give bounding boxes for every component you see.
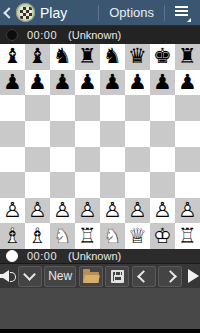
square-d2[interactable]: ♟♙ (75, 198, 100, 224)
piece-black-knight: ♞ (50, 44, 75, 70)
chevron-down-icon (23, 268, 36, 281)
options-button[interactable]: Options (101, 0, 162, 25)
piece-black-rook: ♜ (75, 44, 100, 70)
new-game-button[interactable]: New (44, 266, 76, 287)
black-player-name: (Unknown) (68, 29, 121, 41)
square-b2[interactable]: ♟♙ (25, 198, 50, 224)
square-h6[interactable] (175, 95, 200, 121)
bottom-toolbar: New (0, 263, 200, 288)
square-f8[interactable]: ♛ (125, 44, 150, 70)
page-title: Play (40, 5, 67, 21)
save-game-button[interactable] (105, 266, 129, 287)
piece-black-bishop: ♝ (0, 44, 25, 70)
square-c4[interactable] (50, 147, 75, 173)
square-b7[interactable]: ♟ (25, 70, 50, 96)
square-g8[interactable]: ♚ (150, 44, 175, 70)
square-a4[interactable] (0, 147, 25, 173)
square-a6[interactable] (0, 95, 25, 121)
save-icon (111, 270, 124, 283)
square-d8[interactable]: ♜ (75, 44, 100, 70)
square-g7[interactable]: ♟ (150, 70, 175, 96)
square-f5[interactable] (125, 121, 150, 147)
square-a2[interactable]: ♟♙ (0, 198, 25, 224)
square-c3[interactable] (50, 172, 75, 198)
piece-black-pawn: ♟ (125, 70, 150, 96)
piece-black-pawn: ♟ (25, 70, 50, 96)
square-c1[interactable]: ♞♘ (50, 223, 75, 249)
square-e8[interactable]: ♞ (100, 44, 125, 70)
black-player-color-icon (6, 29, 18, 41)
previous-move-button[interactable] (132, 266, 156, 287)
piece-white-rook: ♜♖ (175, 223, 200, 249)
square-e4[interactable] (100, 147, 125, 173)
square-e6[interactable] (100, 95, 125, 121)
piece-black-king: ♚ (150, 44, 175, 70)
piece-white-knight: ♞♘ (100, 223, 125, 249)
square-d7[interactable]: ♟ (75, 70, 100, 96)
empty-area (0, 288, 200, 329)
piece-black-pawn: ♟ (150, 70, 175, 96)
square-a8[interactable]: ♝ (0, 44, 25, 70)
square-g2[interactable]: ♟♙ (150, 198, 175, 224)
white-player-color-icon (6, 250, 18, 262)
sound-button[interactable] (1, 266, 15, 287)
back-icon[interactable] (4, 0, 14, 25)
square-f4[interactable] (125, 147, 150, 173)
piece-white-queen: ♛♕ (125, 223, 150, 249)
piece-black-knight: ♞ (100, 44, 125, 70)
square-g6[interactable] (150, 95, 175, 121)
piece-white-pawn: ♟♙ (125, 198, 150, 224)
square-b8[interactable]: ♝ (25, 44, 50, 70)
square-g1[interactable]: ♚♔ (150, 223, 175, 249)
square-h7[interactable]: ♟ (175, 70, 200, 96)
square-d4[interactable] (75, 147, 100, 173)
piece-white-pawn: ♟♙ (75, 198, 100, 224)
square-e3[interactable] (100, 172, 125, 198)
overflow-menu-icon[interactable] (175, 6, 190, 20)
square-a7[interactable]: ♟ (0, 70, 25, 96)
speaker-icon (0, 270, 13, 282)
square-a1[interactable]: ♝♗ (0, 223, 25, 249)
piece-black-pawn: ♟ (0, 70, 25, 96)
square-h3[interactable] (175, 172, 200, 198)
board[interactable]: ♝♝♞♜♞♛♚♜♟♟♟♟♟♟♟♟♟♙♟♙♟♙♟♙♟♙♟♙♟♙♟♙♝♗♝♗♞♘♜♖… (0, 44, 200, 249)
square-h8[interactable]: ♜ (175, 44, 200, 70)
piece-white-king: ♚♔ (150, 223, 175, 249)
square-b1[interactable]: ♝♗ (25, 223, 50, 249)
square-c6[interactable] (50, 95, 75, 121)
piece-black-pawn: ♟ (100, 70, 125, 96)
square-h4[interactable] (175, 147, 200, 173)
square-d5[interactable] (75, 121, 100, 147)
square-d3[interactable] (75, 172, 100, 198)
piece-white-pawn: ♟♙ (100, 198, 125, 224)
square-c8[interactable]: ♞ (50, 44, 75, 70)
bottom-edge (0, 329, 200, 333)
open-game-button[interactable] (79, 266, 103, 287)
white-player-bar: 00:00 (Unknown) (0, 249, 200, 263)
chess-app-icon (16, 3, 35, 22)
square-h5[interactable] (175, 121, 200, 147)
next-move-button[interactable] (158, 266, 182, 287)
white-clock: 00:00 (27, 250, 57, 262)
piece-black-bishop: ♝ (25, 44, 50, 70)
white-player-name: (Unknown) (68, 250, 121, 262)
square-b6[interactable] (25, 95, 50, 121)
square-g3[interactable] (150, 172, 175, 198)
piece-black-queen: ♛ (125, 44, 150, 70)
piece-black-pawn: ♟ (175, 70, 200, 96)
square-c5[interactable] (50, 121, 75, 147)
piece-white-knight: ♞♘ (50, 223, 75, 249)
piece-white-pawn: ♟♙ (175, 198, 200, 224)
square-b5[interactable] (25, 121, 50, 147)
square-a3[interactable] (0, 172, 25, 198)
piece-white-rook: ♜♖ (75, 223, 100, 249)
square-e2[interactable]: ♟♙ (100, 198, 125, 224)
square-b3[interactable] (25, 172, 50, 198)
square-c7[interactable]: ♟ (50, 70, 75, 96)
piece-black-pawn: ♟ (50, 70, 75, 96)
piece-white-bishop: ♝♗ (25, 223, 50, 249)
chevron-left-icon (137, 270, 150, 283)
piece-black-rook: ♜ (175, 44, 200, 70)
square-f1[interactable]: ♛♕ (125, 223, 150, 249)
chevron-right-icon (164, 270, 177, 283)
piece-white-pawn: ♟♙ (0, 198, 25, 224)
square-h1[interactable]: ♜♖ (175, 223, 200, 249)
topbar-divider (164, 5, 165, 21)
piece-white-bishop: ♝♗ (0, 223, 25, 249)
play-icon (188, 269, 199, 283)
app-bar: Play Options (0, 0, 200, 26)
topbar-divider (98, 5, 99, 21)
square-f2[interactable]: ♟♙ (125, 198, 150, 224)
autoplay-button[interactable] (185, 266, 199, 287)
square-g4[interactable] (150, 147, 175, 173)
piece-black-pawn: ♟ (75, 70, 100, 96)
black-clock: 00:00 (27, 29, 57, 41)
square-f7[interactable]: ♟ (125, 70, 150, 96)
square-a5[interactable] (0, 121, 25, 147)
square-b4[interactable] (25, 147, 50, 173)
black-player-bar: 00:00 (Unknown) (0, 26, 200, 44)
piece-white-pawn: ♟♙ (150, 198, 175, 224)
square-e1[interactable]: ♞♘ (100, 223, 125, 249)
square-e7[interactable]: ♟ (100, 70, 125, 96)
square-f3[interactable] (125, 172, 150, 198)
expand-button[interactable] (18, 266, 42, 287)
square-g5[interactable] (150, 121, 175, 147)
square-d6[interactable] (75, 95, 100, 121)
square-e5[interactable] (100, 121, 125, 147)
chevron-left-icon (3, 7, 14, 18)
square-h2[interactable]: ♟♙ (175, 198, 200, 224)
square-c2[interactable]: ♟♙ (50, 198, 75, 224)
square-f6[interactable] (125, 95, 150, 121)
piece-white-pawn: ♟♙ (25, 198, 50, 224)
square-d1[interactable]: ♜♖ (75, 223, 100, 249)
chessboard-logo-icon (20, 7, 32, 19)
piece-white-pawn: ♟♙ (50, 198, 75, 224)
open-folder-icon (83, 272, 99, 283)
